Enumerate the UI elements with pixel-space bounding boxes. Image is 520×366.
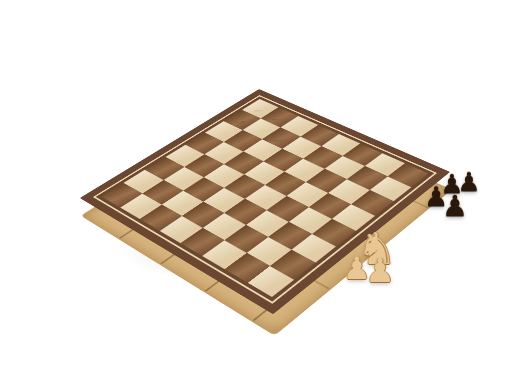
square-a1[interactable]: ♜ (101, 183, 142, 208)
pawn-glyph: ♟ (269, 122, 286, 140)
square-f7[interactable]: ♝ (325, 156, 365, 179)
pawn-glyph: ♟ (295, 221, 324, 252)
pawn-glyph: ♟ (169, 160, 190, 182)
piece-black-bishop-f7[interactable]: ♝ (328, 169, 357, 171)
piece-white-knight-b5[interactable]: ♞ (207, 154, 235, 156)
pawn-glyph: ♟ (231, 107, 246, 123)
piece-white-pawn-h3[interactable]: ♟ (295, 250, 327, 252)
knight-glyph: ♞ (248, 111, 268, 132)
pawn-glyph: ♟ (229, 189, 254, 215)
square-h7[interactable]: ♟ (370, 176, 412, 201)
piece-black-pawn-h7[interactable]: ♟ (373, 190, 402, 192)
captured-black-pawn-4[interactable]: ♟ (442, 193, 468, 221)
captured-white-pawn-3[interactable]: ♟ (365, 255, 395, 286)
pawn-glyph: ♟ (250, 176, 274, 201)
piece-black-pawn-b8[interactable]: ♟ (263, 118, 289, 120)
piece-black-pawn-c7[interactable]: ♟ (265, 139, 292, 141)
piece-white-pawn-e3[interactable]: ♟ (227, 213, 257, 215)
pawn-glyph: ♟ (151, 150, 171, 171)
rook-glyph: ♜ (105, 172, 130, 198)
piece-white-king-e1[interactable]: ♚ (183, 243, 214, 245)
bishop-glyph: ♝ (328, 142, 355, 170)
piece-black-knight-b7[interactable]: ♞ (245, 130, 272, 132)
piece-white-rook-a1[interactable]: ♜ (104, 196, 133, 198)
pawn-glyph: ♟ (269, 104, 284, 120)
pawn-glyph: ♟ (375, 167, 399, 192)
piece-white-pawn-b3[interactable]: ♟ (166, 180, 195, 182)
photo-canvas: ♜♟♚♞♜♟♞♟♝♟♞♟♟♟♟♝♟♜♛♚ ♟♟♟♟♞♟♟ (0, 0, 520, 366)
knight-glyph: ♞ (209, 132, 231, 155)
king-glyph: ♚ (175, 199, 219, 246)
